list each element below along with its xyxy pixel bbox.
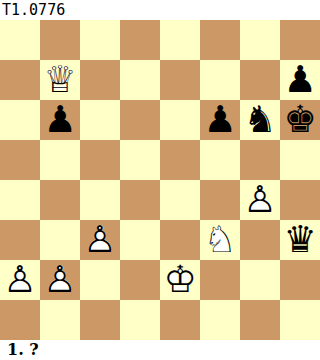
square-f7[interactable]	[200, 60, 240, 100]
square-e4[interactable]	[160, 180, 200, 220]
square-h2[interactable]	[280, 260, 320, 300]
square-g8[interactable]	[240, 20, 280, 60]
square-f6[interactable]: ♟	[200, 100, 240, 140]
square-a5[interactable]	[0, 140, 40, 180]
square-e7[interactable]	[160, 60, 200, 100]
white-piece-outline: ♘	[203, 220, 236, 260]
square-a4[interactable]	[0, 180, 40, 220]
white-piece-outline: ♙	[43, 260, 76, 300]
square-d2[interactable]	[120, 260, 160, 300]
square-d1[interactable]	[120, 300, 160, 340]
square-d7[interactable]	[120, 60, 160, 100]
square-h3[interactable]: ♛	[280, 220, 320, 260]
black-pawn-piece[interactable]: ♟	[203, 100, 236, 140]
white-pawn-piece[interactable]: ♟♙	[83, 220, 116, 260]
square-d4[interactable]	[120, 180, 160, 220]
black-king-piece[interactable]: ♚	[283, 100, 316, 140]
white-piece-outline: ♔	[163, 260, 196, 300]
square-d5[interactable]	[120, 140, 160, 180]
square-g1[interactable]	[240, 300, 280, 340]
square-f3[interactable]: ♞♘	[200, 220, 240, 260]
square-a3[interactable]	[0, 220, 40, 260]
square-g3[interactable]	[240, 220, 280, 260]
white-piece-outline: ♙	[243, 180, 276, 220]
square-e8[interactable]	[160, 20, 200, 60]
square-h1[interactable]	[280, 300, 320, 340]
move-prompt: 1. ?	[0, 340, 320, 360]
square-h8[interactable]	[280, 20, 320, 60]
square-c5[interactable]	[80, 140, 120, 180]
square-b1[interactable]	[40, 300, 80, 340]
black-pawn-piece[interactable]: ♟	[43, 100, 76, 140]
square-b8[interactable]	[40, 20, 80, 60]
square-c3[interactable]: ♟♙	[80, 220, 120, 260]
chess-board[interactable]: ♛♕♟♟♟♞♚♟♙♟♙♞♘♛♟♙♟♙♚♔	[0, 20, 320, 340]
square-f1[interactable]	[200, 300, 240, 340]
square-a8[interactable]	[0, 20, 40, 60]
square-e2[interactable]: ♚♔	[160, 260, 200, 300]
white-king-piece[interactable]: ♚♔	[163, 260, 196, 300]
square-c1[interactable]	[80, 300, 120, 340]
square-b2[interactable]: ♟♙	[40, 260, 80, 300]
square-g2[interactable]	[240, 260, 280, 300]
square-b5[interactable]	[40, 140, 80, 180]
square-e1[interactable]	[160, 300, 200, 340]
square-g6[interactable]: ♞	[240, 100, 280, 140]
square-c7[interactable]	[80, 60, 120, 100]
square-d8[interactable]	[120, 20, 160, 60]
square-b7[interactable]: ♛♕	[40, 60, 80, 100]
square-h4[interactable]	[280, 180, 320, 220]
square-d3[interactable]	[120, 220, 160, 260]
square-b4[interactable]	[40, 180, 80, 220]
square-g5[interactable]	[240, 140, 280, 180]
square-b6[interactable]: ♟	[40, 100, 80, 140]
square-c4[interactable]	[80, 180, 120, 220]
white-pawn-piece[interactable]: ♟♙	[243, 180, 276, 220]
white-piece-outline: ♙	[3, 260, 36, 300]
square-d6[interactable]	[120, 100, 160, 140]
black-pawn-piece[interactable]: ♟	[283, 60, 316, 100]
white-knight-piece[interactable]: ♞♘	[203, 220, 236, 260]
square-f5[interactable]	[200, 140, 240, 180]
square-c2[interactable]	[80, 260, 120, 300]
square-c6[interactable]	[80, 100, 120, 140]
square-a6[interactable]	[0, 100, 40, 140]
puzzle-id-label: T1.0776	[0, 0, 320, 20]
square-f2[interactable]	[200, 260, 240, 300]
square-f4[interactable]	[200, 180, 240, 220]
square-a2[interactable]: ♟♙	[0, 260, 40, 300]
square-c8[interactable]	[80, 20, 120, 60]
black-knight-piece[interactable]: ♞	[243, 100, 276, 140]
white-piece-outline: ♙	[83, 220, 116, 260]
square-g7[interactable]	[240, 60, 280, 100]
white-queen-piece[interactable]: ♛♕	[43, 60, 76, 100]
square-g4[interactable]: ♟♙	[240, 180, 280, 220]
square-h6[interactable]: ♚	[280, 100, 320, 140]
square-a7[interactable]	[0, 60, 40, 100]
square-b3[interactable]	[40, 220, 80, 260]
square-f8[interactable]	[200, 20, 240, 60]
puzzle-window: T1.0776 ♛♕♟♟♟♞♚♟♙♟♙♞♘♛♟♙♟♙♚♔ 1. ?	[0, 0, 320, 360]
square-e6[interactable]	[160, 100, 200, 140]
black-queen-piece[interactable]: ♛	[283, 220, 316, 260]
white-piece-outline: ♕	[43, 60, 76, 100]
white-pawn-piece[interactable]: ♟♙	[3, 260, 36, 300]
square-e3[interactable]	[160, 220, 200, 260]
white-pawn-piece[interactable]: ♟♙	[43, 260, 76, 300]
square-h5[interactable]	[280, 140, 320, 180]
square-h7[interactable]: ♟	[280, 60, 320, 100]
square-e5[interactable]	[160, 140, 200, 180]
square-a1[interactable]	[0, 300, 40, 340]
